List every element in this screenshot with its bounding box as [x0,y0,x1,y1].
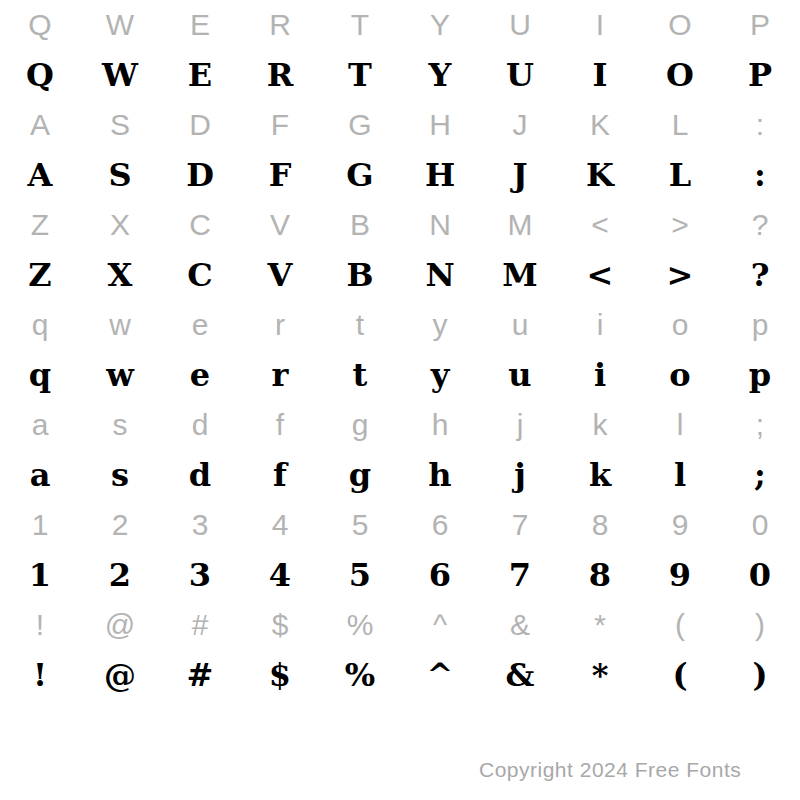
reference-glyph-0-1: W [80,0,160,50]
reference-glyph-4-5: N [400,200,480,250]
sample-glyph-1-7: I [560,50,640,100]
sample-glyph-13-6: & [480,650,560,700]
sample-glyph-13-7: * [560,650,640,700]
reference-glyph-0-2: E [160,0,240,50]
reference-glyph-2-1: S [80,100,160,150]
sample-glyph-7-9: p [720,350,800,400]
reference-glyph-8-4: g [320,400,400,450]
sample-glyph-3-0: A [0,150,80,200]
reference-glyph-0-9: P [720,0,800,50]
reference-glyph-12-8: ( [640,600,720,650]
reference-glyph-10-7: 8 [560,500,640,550]
reference-glyph-6-9: p [720,300,800,350]
sample-glyph-7-2: e [160,350,240,400]
reference-glyph-4-4: B [320,200,400,250]
reference-glyph-6-0: q [0,300,80,350]
sample-glyph-1-5: Y [400,50,480,100]
sample-glyph-3-3: F [240,150,320,200]
reference-glyph-6-3: r [240,300,320,350]
reference-glyph-8-3: f [240,400,320,450]
sample-glyph-11-7: 8 [560,550,640,600]
reference-glyph-0-8: O [640,0,720,50]
sample-glyph-13-3: $ [240,650,320,700]
reference-glyph-8-9: ; [720,400,800,450]
sample-glyph-13-4: % [320,650,400,700]
sample-glyph-11-6: 7 [480,550,560,600]
sample-glyph-11-5: 6 [400,550,480,600]
reference-glyph-12-1: @ [80,600,160,650]
reference-glyph-12-6: & [480,600,560,650]
sample-glyph-9-3: f [240,450,320,500]
sample-glyph-1-3: R [240,50,320,100]
reference-glyph-8-2: d [160,400,240,450]
sample-glyph-13-0: ! [0,650,80,700]
reference-glyph-2-0: A [0,100,80,150]
reference-glyph-10-9: 0 [720,500,800,550]
sample-glyph-7-5: y [400,350,480,400]
sample-glyph-9-6: j [480,450,560,500]
sample-glyph-3-9: : [720,150,800,200]
reference-glyph-2-2: D [160,100,240,150]
reference-glyph-4-9: ? [720,200,800,250]
reference-glyph-10-1: 2 [80,500,160,550]
reference-glyph-8-6: j [480,400,560,450]
sample-glyph-3-4: G [320,150,400,200]
reference-glyph-2-5: H [400,100,480,150]
sample-glyph-1-8: O [640,50,720,100]
sample-glyph-11-3: 4 [240,550,320,600]
sample-glyph-1-0: Q [0,50,80,100]
font-specimen-page: QWERTYUIOPQWERTYUIOPASDFGHJKL:ASDFGHJKL:… [0,0,800,800]
sample-glyph-3-2: D [160,150,240,200]
reference-glyph-10-6: 7 [480,500,560,550]
reference-glyph-0-0: Q [0,0,80,50]
sample-glyph-9-2: d [160,450,240,500]
reference-glyph-0-6: U [480,0,560,50]
reference-glyph-10-3: 4 [240,500,320,550]
reference-glyph-6-6: u [480,300,560,350]
reference-glyph-8-7: k [560,400,640,450]
reference-glyph-4-6: M [480,200,560,250]
sample-glyph-7-8: o [640,350,720,400]
reference-glyph-6-1: w [80,300,160,350]
sample-glyph-11-4: 5 [320,550,400,600]
sample-glyph-1-6: U [480,50,560,100]
sample-glyph-7-3: r [240,350,320,400]
reference-glyph-10-0: 1 [0,500,80,550]
reference-glyph-0-3: R [240,0,320,50]
reference-glyph-0-7: I [560,0,640,50]
sample-glyph-5-3: V [240,250,320,300]
sample-glyph-13-5: ^ [400,650,480,700]
reference-glyph-12-0: ! [0,600,80,650]
sample-glyph-5-9: ? [720,250,800,300]
sample-glyph-3-8: L [640,150,720,200]
sample-glyph-1-4: T [320,50,400,100]
reference-glyph-4-2: C [160,200,240,250]
sample-glyph-11-8: 9 [640,550,720,600]
sample-glyph-9-0: a [0,450,80,500]
reference-glyph-0-4: T [320,0,400,50]
sample-glyph-5-6: M [480,250,560,300]
reference-glyph-4-3: V [240,200,320,250]
sample-glyph-13-2: # [160,650,240,700]
copyright-text: Copyright 2024 Free Fonts [479,758,741,782]
sample-glyph-13-8: ( [640,650,720,700]
reference-glyph-12-7: * [560,600,640,650]
sample-glyph-3-1: S [80,150,160,200]
sample-glyph-11-0: 1 [0,550,80,600]
reference-glyph-10-5: 6 [400,500,480,550]
sample-glyph-5-2: C [160,250,240,300]
reference-glyph-10-8: 9 [640,500,720,550]
reference-glyph-4-0: Z [0,200,80,250]
reference-glyph-6-7: i [560,300,640,350]
reference-glyph-12-9: ) [720,600,800,650]
sample-glyph-9-4: g [320,450,400,500]
reference-glyph-2-4: G [320,100,400,150]
sample-glyph-7-7: i [560,350,640,400]
sample-glyph-7-6: u [480,350,560,400]
sample-glyph-3-5: H [400,150,480,200]
sample-glyph-7-0: q [0,350,80,400]
reference-glyph-12-4: % [320,600,400,650]
sample-glyph-5-4: B [320,250,400,300]
reference-glyph-2-9: : [720,100,800,150]
reference-glyph-8-5: h [400,400,480,450]
reference-glyph-6-2: e [160,300,240,350]
sample-glyph-1-9: P [720,50,800,100]
sample-glyph-5-7: < [560,250,640,300]
sample-glyph-13-9: ) [720,650,800,700]
sample-glyph-7-4: t [320,350,400,400]
reference-glyph-2-8: L [640,100,720,150]
sample-glyph-11-9: 0 [720,550,800,600]
sample-glyph-5-8: > [640,250,720,300]
sample-glyph-1-1: W [80,50,160,100]
sample-glyph-13-1: @ [80,650,160,700]
reference-glyph-12-2: # [160,600,240,650]
reference-glyph-6-5: y [400,300,480,350]
sample-glyph-1-2: E [160,50,240,100]
reference-glyph-0-5: Y [400,0,480,50]
reference-glyph-10-2: 3 [160,500,240,550]
reference-glyph-10-4: 5 [320,500,400,550]
sample-glyph-5-0: Z [0,250,80,300]
glyph-grid: QWERTYUIOPQWERTYUIOPASDFGHJKL:ASDFGHJKL:… [0,0,800,700]
reference-glyph-2-6: J [480,100,560,150]
reference-glyph-6-8: o [640,300,720,350]
reference-glyph-2-7: K [560,100,640,150]
sample-glyph-9-7: k [560,450,640,500]
reference-glyph-4-1: X [80,200,160,250]
reference-glyph-2-3: F [240,100,320,150]
reference-glyph-6-4: t [320,300,400,350]
sample-glyph-9-5: h [400,450,480,500]
reference-glyph-4-7: < [560,200,640,250]
reference-glyph-8-8: l [640,400,720,450]
reference-glyph-4-8: > [640,200,720,250]
sample-glyph-11-2: 3 [160,550,240,600]
sample-glyph-3-6: J [480,150,560,200]
sample-glyph-11-1: 2 [80,550,160,600]
sample-glyph-9-8: l [640,450,720,500]
sample-glyph-7-1: w [80,350,160,400]
sample-glyph-5-5: N [400,250,480,300]
reference-glyph-12-3: $ [240,600,320,650]
reference-glyph-12-5: ^ [400,600,480,650]
sample-glyph-9-1: s [80,450,160,500]
sample-glyph-9-9: ; [720,450,800,500]
reference-glyph-8-0: a [0,400,80,450]
sample-glyph-5-1: X [80,250,160,300]
reference-glyph-8-1: s [80,400,160,450]
sample-glyph-3-7: K [560,150,640,200]
